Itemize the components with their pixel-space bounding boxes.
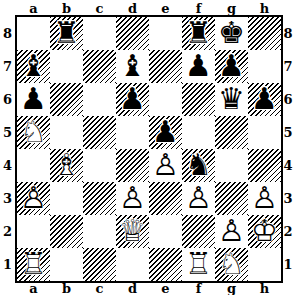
piece-black-bishop[interactable]: ♝: [17, 50, 50, 83]
piece-white-bishop[interactable]: ♝♗: [50, 149, 83, 182]
square-b5[interactable]: [50, 116, 83, 149]
file-label-top-e: e: [149, 0, 182, 16]
rank-label-left-3: 3: [0, 182, 15, 215]
piece-outline-glyph: ♖: [17, 247, 50, 280]
square-b3[interactable]: [50, 182, 83, 215]
rank-label-left-6: 6: [0, 83, 15, 116]
file-label-bottom-b: b: [50, 281, 83, 295]
piece-solid-glyph: ♟: [182, 49, 215, 82]
square-f2[interactable]: [182, 215, 215, 248]
piece-outline-glyph: ♘: [215, 247, 248, 280]
square-a3[interactable]: ♟♙: [17, 182, 50, 215]
square-e5[interactable]: ♟: [149, 116, 182, 149]
piece-white-pawn[interactable]: ♟♙: [182, 182, 215, 215]
rank-label-right-2: 2: [281, 215, 295, 248]
square-g6[interactable]: ♛: [215, 83, 248, 116]
square-a8[interactable]: [17, 17, 50, 50]
square-b7[interactable]: [50, 50, 83, 83]
square-g5[interactable]: [215, 116, 248, 149]
piece-black-king[interactable]: ♚: [215, 17, 248, 50]
square-e2[interactable]: [149, 215, 182, 248]
piece-outline-glyph: ♙: [215, 214, 248, 247]
square-c5[interactable]: [83, 116, 116, 149]
piece-solid-glyph: ♟: [215, 49, 248, 82]
square-f1[interactable]: ♜♖: [182, 248, 215, 281]
square-h6[interactable]: ♟: [248, 83, 281, 116]
file-label-top-c: c: [83, 0, 116, 16]
file-labels-bottom: abcdefgh: [17, 281, 281, 295]
square-b1[interactable]: [50, 248, 83, 281]
piece-solid-glyph: ♝: [17, 49, 50, 82]
square-c6[interactable]: [83, 83, 116, 116]
square-e6[interactable]: [149, 83, 182, 116]
piece-solid-glyph: ♛: [215, 82, 248, 115]
piece-white-king[interactable]: ♚♔: [248, 215, 281, 248]
piece-solid-glyph: ♟: [116, 82, 149, 115]
piece-black-rook[interactable]: ♜: [182, 17, 215, 50]
square-f7[interactable]: ♟: [182, 50, 215, 83]
square-d6[interactable]: ♟: [116, 83, 149, 116]
square-d8[interactable]: [116, 17, 149, 50]
square-f3[interactable]: ♟♙: [182, 182, 215, 215]
rank-label-left-5: 5: [0, 116, 15, 149]
piece-outline-glyph: ♙: [17, 181, 50, 214]
square-h2[interactable]: ♚♔: [248, 215, 281, 248]
piece-outline-glyph: ♔: [248, 214, 281, 247]
piece-solid-glyph: ♟: [17, 82, 50, 115]
piece-white-pawn[interactable]: ♟♙: [116, 182, 149, 215]
rank-label-right-6: 6: [281, 83, 295, 116]
square-d7[interactable]: ♝: [116, 50, 149, 83]
square-h3[interactable]: ♟♙: [248, 182, 281, 215]
piece-outline-glyph: ♙: [248, 181, 281, 214]
piece-solid-glyph: ♜: [182, 16, 215, 49]
square-b6[interactable]: [50, 83, 83, 116]
rank-label-left-4: 4: [0, 149, 15, 182]
square-h4[interactable]: [248, 149, 281, 182]
piece-white-knight[interactable]: ♞♘: [17, 116, 50, 149]
square-g8[interactable]: ♚: [215, 17, 248, 50]
piece-white-pawn[interactable]: ♟♙: [248, 182, 281, 215]
rank-label-right-3: 3: [281, 182, 295, 215]
piece-white-queen[interactable]: ♛♕: [116, 215, 149, 248]
rank-label-right-4: 4: [281, 149, 295, 182]
square-h1[interactable]: [248, 248, 281, 281]
piece-black-pawn[interactable]: ♟: [182, 50, 215, 83]
square-f8[interactable]: ♜: [182, 17, 215, 50]
rank-label-left-7: 7: [0, 50, 15, 83]
file-label-bottom-e: e: [149, 281, 182, 295]
piece-black-queen[interactable]: ♛: [215, 83, 248, 116]
square-d5[interactable]: [116, 116, 149, 149]
piece-solid-glyph: ♟: [248, 82, 281, 115]
square-d3[interactable]: ♟♙: [116, 182, 149, 215]
piece-outline-glyph: ♗: [50, 148, 83, 181]
file-label-top-a: a: [17, 0, 50, 16]
chess-diagram: abcdefgh 87654321 ♜♜♚♝♝♟♟♟♟♛♟♞♘♟♝♗♟♙♞♟♙♟…: [0, 0, 295, 295]
square-a4[interactable]: [17, 149, 50, 182]
square-e8[interactable]: [149, 17, 182, 50]
square-a1[interactable]: ♜♖: [17, 248, 50, 281]
square-g3[interactable]: [215, 182, 248, 215]
piece-solid-glyph: ♞: [182, 148, 215, 181]
piece-outline-glyph: ♖: [182, 247, 215, 280]
piece-solid-glyph: ♟: [149, 115, 182, 148]
square-f4[interactable]: ♞: [182, 149, 215, 182]
rank-label-right-5: 5: [281, 116, 295, 149]
file-label-top-g: g: [215, 0, 248, 16]
file-label-bottom-a: a: [17, 281, 50, 295]
square-f6[interactable]: [182, 83, 215, 116]
file-label-bottom-c: c: [83, 281, 116, 295]
piece-solid-glyph: ♝: [116, 49, 149, 82]
piece-black-rook[interactable]: ♜: [50, 17, 83, 50]
square-h7[interactable]: [248, 50, 281, 83]
square-c2[interactable]: [83, 215, 116, 248]
piece-black-pawn[interactable]: ♟: [149, 116, 182, 149]
file-label-bottom-d: d: [116, 281, 149, 295]
piece-black-pawn[interactable]: ♟: [116, 83, 149, 116]
file-label-top-f: f: [182, 0, 215, 16]
square-b8[interactable]: ♜: [50, 17, 83, 50]
square-g7[interactable]: ♟: [215, 50, 248, 83]
square-d4[interactable]: [116, 149, 149, 182]
rank-label-left-1: 1: [0, 248, 15, 281]
square-a5[interactable]: ♞♘: [17, 116, 50, 149]
square-d1[interactable]: [116, 248, 149, 281]
square-f5[interactable]: [182, 116, 215, 149]
file-labels-top: abcdefgh: [17, 0, 281, 14]
square-c4[interactable]: [83, 149, 116, 182]
rank-label-right-1: 1: [281, 248, 295, 281]
piece-white-pawn[interactable]: ♟♙: [17, 182, 50, 215]
rank-label-right-8: 8: [281, 17, 295, 50]
rank-label-right-7: 7: [281, 50, 295, 83]
piece-solid-glyph: ♚: [215, 16, 248, 49]
piece-white-rook[interactable]: ♜♖: [17, 248, 50, 281]
piece-white-rook[interactable]: ♜♖: [182, 248, 215, 281]
piece-outline-glyph: ♘: [17, 115, 50, 148]
square-c8[interactable]: [83, 17, 116, 50]
piece-outline-glyph: ♙: [116, 181, 149, 214]
square-e3[interactable]: [149, 182, 182, 215]
piece-white-pawn[interactable]: ♟♙: [215, 215, 248, 248]
piece-black-pawn[interactable]: ♟: [215, 50, 248, 83]
square-a7[interactable]: ♝: [17, 50, 50, 83]
square-c1[interactable]: [83, 248, 116, 281]
square-a2[interactable]: [17, 215, 50, 248]
square-e7[interactable]: [149, 50, 182, 83]
rank-labels-right: 87654321: [281, 17, 295, 281]
file-label-bottom-f: f: [182, 281, 215, 295]
square-g2[interactable]: ♟♙: [215, 215, 248, 248]
square-g4[interactable]: [215, 149, 248, 182]
rank-label-left-8: 8: [0, 17, 15, 50]
square-h8[interactable]: [248, 17, 281, 50]
piece-black-bishop[interactable]: ♝: [116, 50, 149, 83]
piece-white-knight[interactable]: ♞♘: [215, 248, 248, 281]
piece-black-pawn[interactable]: ♟: [248, 83, 281, 116]
piece-outline-glyph: ♙: [149, 148, 182, 181]
square-b4[interactable]: ♝♗: [50, 149, 83, 182]
file-label-top-b: b: [50, 0, 83, 16]
file-label-top-h: h: [248, 0, 281, 16]
chess-board: ♜♜♚♝♝♟♟♟♟♛♟♞♘♟♝♗♟♙♞♟♙♟♙♟♙♟♙♛♕♟♙♚♔♜♖♜♖♞♘: [15, 15, 283, 283]
rank-labels-left: 87654321: [0, 17, 15, 281]
square-e4[interactable]: ♟♙: [149, 149, 182, 182]
square-h5[interactable]: [248, 116, 281, 149]
piece-black-knight[interactable]: ♞: [182, 149, 215, 182]
square-a6[interactable]: ♟: [17, 83, 50, 116]
rank-label-left-2: 2: [0, 215, 15, 248]
square-c3[interactable]: [83, 182, 116, 215]
file-label-top-d: d: [116, 0, 149, 16]
square-c7[interactable]: [83, 50, 116, 83]
piece-outline-glyph: ♕: [116, 214, 149, 247]
piece-outline-glyph: ♙: [182, 181, 215, 214]
piece-black-pawn[interactable]: ♟: [17, 83, 50, 116]
square-e1[interactable]: [149, 248, 182, 281]
piece-white-pawn[interactable]: ♟♙: [149, 149, 182, 182]
file-label-bottom-h: h: [248, 281, 281, 295]
file-label-bottom-g: g: [215, 281, 248, 295]
square-g1[interactable]: ♞♘: [215, 248, 248, 281]
square-d2[interactable]: ♛♕: [116, 215, 149, 248]
piece-solid-glyph: ♜: [50, 16, 83, 49]
square-b2[interactable]: [50, 215, 83, 248]
